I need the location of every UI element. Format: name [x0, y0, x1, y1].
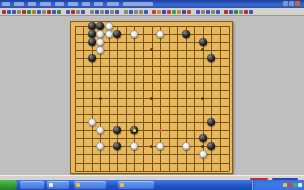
toolbar-icon[interactable]	[224, 10, 228, 14]
grid-line-vertical	[229, 26, 230, 171]
yellow-app-icon	[120, 183, 124, 187]
toolbar-icon[interactable]	[152, 10, 156, 14]
grid-line-vertical	[194, 26, 195, 171]
black-stone[interactable]	[199, 134, 207, 142]
taskbar-button[interactable]	[47, 181, 69, 189]
black-stone[interactable]	[207, 54, 215, 62]
white-stone[interactable]	[96, 126, 104, 134]
menu-item[interactable]	[107, 2, 119, 6]
toolbar-icon[interactable]	[182, 10, 186, 14]
toolbar-icon[interactable]	[100, 10, 104, 14]
toolbar-icon[interactable]	[52, 10, 56, 14]
white-stone[interactable]	[156, 30, 164, 38]
toolbar-icon[interactable]	[105, 10, 109, 14]
tray-icon[interactable]	[298, 183, 302, 187]
toolbar-icon[interactable]	[177, 10, 181, 14]
toolbar-icon[interactable]	[196, 10, 200, 14]
toolbar-icon[interactable]	[187, 10, 191, 14]
tray-icon[interactable]	[283, 183, 287, 187]
toolbar-icon[interactable]	[172, 10, 176, 14]
maximize-button[interactable]	[289, 1, 294, 6]
toolbar-icon[interactable]	[162, 10, 166, 14]
toolbar-icon[interactable]	[7, 10, 11, 14]
white-stone[interactable]	[96, 30, 104, 38]
toolbar-icon[interactable]	[27, 10, 31, 14]
toolbar-icon[interactable]	[139, 10, 143, 14]
toolbar-icon[interactable]	[110, 10, 114, 14]
taskbar-button[interactable]	[118, 181, 154, 189]
white-stone[interactable]	[105, 30, 113, 38]
application-window	[0, 0, 304, 190]
hoshi-point	[150, 48, 153, 51]
grid-line-horizontal	[75, 114, 229, 115]
grid-line-vertical	[169, 26, 170, 171]
black-stone[interactable]	[113, 30, 121, 38]
taskbar-button[interactable]	[74, 181, 106, 189]
white-stone[interactable]	[156, 142, 164, 150]
toolbar-icon[interactable]	[22, 10, 26, 14]
menu-item[interactable]	[123, 2, 153, 6]
variation-marker	[159, 129, 162, 132]
black-stone[interactable]	[130, 126, 138, 134]
grid-line-horizontal	[75, 171, 229, 172]
hoshi-point	[201, 48, 204, 51]
hoshi-point	[150, 145, 153, 148]
toolbar-icon[interactable]	[216, 10, 220, 14]
white-stone[interactable]	[96, 46, 104, 54]
toolbar-icon[interactable]	[12, 10, 16, 14]
toolbar-icon[interactable]	[144, 10, 148, 14]
toolbar-icon[interactable]	[167, 10, 171, 14]
hoshi-point	[201, 145, 204, 148]
close-button[interactable]	[295, 1, 300, 6]
white-stone[interactable]	[130, 142, 138, 150]
toolbar-icon[interactable]	[124, 10, 128, 14]
menu-item[interactable]	[2, 2, 10, 6]
grid-line-vertical	[220, 26, 221, 171]
toolbar	[0, 8, 304, 16]
grid-line-horizontal	[75, 163, 229, 164]
black-stone[interactable]	[88, 30, 96, 38]
grid-line-vertical	[177, 26, 178, 171]
black-stone[interactable]	[88, 22, 96, 30]
tray-icon[interactable]	[293, 183, 297, 187]
toolbar-icon[interactable]	[201, 10, 205, 14]
menu-item[interactable]	[40, 2, 51, 6]
black-stone[interactable]	[207, 118, 215, 126]
toolbar-icon[interactable]	[81, 10, 85, 14]
toolbar-icon[interactable]	[66, 10, 70, 14]
white-stone[interactable]	[105, 22, 113, 30]
menu-item[interactable]	[94, 2, 103, 6]
black-stone[interactable]	[182, 30, 190, 38]
black-stone[interactable]	[88, 54, 96, 62]
toolbar-icon[interactable]	[42, 10, 46, 14]
menu-item[interactable]	[68, 2, 78, 6]
taskbar	[0, 180, 304, 190]
menu-item[interactable]	[28, 2, 36, 6]
toolbar-icon[interactable]	[71, 10, 75, 14]
toolbar-icon[interactable]	[47, 10, 51, 14]
black-stone[interactable]	[113, 126, 121, 134]
menu-item[interactable]	[82, 2, 90, 6]
toolbar-icon[interactable]	[249, 10, 253, 14]
toolbar-icon[interactable]	[90, 10, 94, 14]
menu-item[interactable]	[14, 2, 24, 6]
toolbar-icon[interactable]	[229, 10, 233, 14]
grid-line-horizontal	[75, 122, 229, 123]
toolbar-icon[interactable]	[244, 10, 248, 14]
grid-line-horizontal	[75, 106, 229, 107]
taskbar-button[interactable]	[20, 181, 44, 189]
black-stone[interactable]	[88, 38, 96, 46]
white-stone[interactable]	[182, 142, 190, 150]
white-stone[interactable]	[96, 38, 104, 46]
toolbar-icon[interactable]	[234, 10, 238, 14]
toolbar-icon[interactable]	[115, 10, 119, 14]
toolbar-icon[interactable]	[134, 10, 138, 14]
white-stone[interactable]	[88, 118, 96, 126]
black-stone[interactable]	[199, 38, 207, 46]
start-button[interactable]	[0, 180, 17, 190]
toolbar-icon[interactable]	[211, 10, 215, 14]
black-stone[interactable]	[96, 22, 104, 30]
title-bar[interactable]	[0, 0, 304, 8]
hoshi-point	[201, 97, 204, 100]
menu-item[interactable]	[55, 2, 64, 6]
hoshi-point	[150, 97, 153, 100]
go-board[interactable]	[70, 21, 233, 174]
black-stone[interactable]	[207, 142, 215, 150]
white-stone[interactable]	[96, 142, 104, 150]
tray-icon[interactable]	[288, 183, 292, 187]
black-stone[interactable]	[113, 142, 121, 150]
toolbar-icon[interactable]	[239, 10, 243, 14]
toolbar-icon[interactable]	[37, 10, 41, 14]
hoshi-point	[99, 97, 102, 100]
toolbar-icon[interactable]	[157, 10, 161, 14]
toolbar-icon[interactable]	[95, 10, 99, 14]
toolbar-icon[interactable]	[76, 10, 80, 14]
toolbar-icon[interactable]	[57, 10, 61, 14]
toolbar-icon[interactable]	[2, 10, 6, 14]
toolbar-icon[interactable]	[206, 10, 210, 14]
minimize-button[interactable]	[283, 1, 288, 6]
toolbar-icon[interactable]	[32, 10, 36, 14]
toolbar-icon[interactable]	[129, 10, 133, 14]
yellow-app-icon	[76, 183, 80, 187]
white-stone[interactable]	[199, 150, 207, 158]
white-stone[interactable]	[130, 30, 138, 38]
document-icon	[49, 183, 53, 187]
system-tray	[252, 180, 304, 190]
toolbar-icon[interactable]	[17, 10, 21, 14]
last-move-marker	[133, 129, 136, 132]
